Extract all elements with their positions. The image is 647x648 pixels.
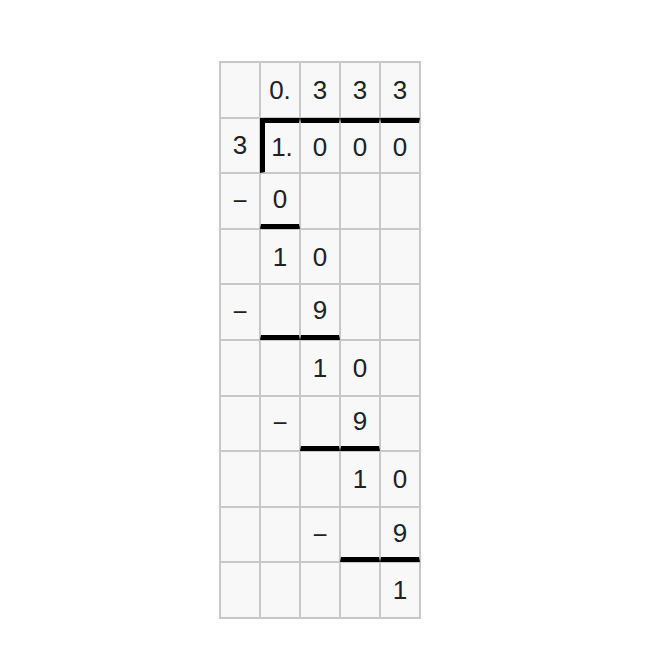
cell-r5c3: 9 [300, 284, 340, 340]
cell-r10c5: 1 [380, 562, 420, 618]
cell-r2c4: 0 [340, 118, 380, 174]
cell-r10c1 [220, 562, 260, 618]
cell-r4c3: 0 [300, 229, 340, 285]
page: 0.33331.000−010−910−910−91 [0, 0, 647, 648]
cell-r5c1: − [220, 284, 260, 340]
cell-r3c2: 0 [260, 173, 300, 229]
cell-r8c2 [260, 451, 300, 507]
cell-r6c3: 1 [300, 340, 340, 396]
cell-r8c4: 1 [340, 451, 380, 507]
cell-r4c2: 1 [260, 229, 300, 285]
cell-r8c1 [220, 451, 260, 507]
long-division-grid: 0.33331.000−010−910−910−91 [219, 61, 421, 619]
cell-r3c4 [340, 173, 380, 229]
cell-r10c2 [260, 562, 300, 618]
cell-r2c3: 0 [300, 118, 340, 174]
cell-r9c2 [260, 507, 300, 563]
cell-r5c4 [340, 284, 380, 340]
cell-r9c5: 9 [380, 507, 420, 563]
cell-r5c5 [380, 284, 420, 340]
cell-r7c1 [220, 396, 260, 452]
cell-r6c4: 0 [340, 340, 380, 396]
cell-r7c2: − [260, 396, 300, 452]
cell-r3c1: − [220, 173, 260, 229]
cell-r1c3: 3 [300, 62, 340, 118]
cell-r9c4 [340, 507, 380, 563]
cell-r7c5 [380, 396, 420, 452]
cell-r4c4 [340, 229, 380, 285]
cell-r1c2: 0. [260, 62, 300, 118]
cell-r2c1: 3 [220, 118, 260, 174]
cell-r2c5: 0 [380, 118, 420, 174]
cell-r6c1 [220, 340, 260, 396]
cell-r8c3 [300, 451, 340, 507]
cell-r1c4: 3 [340, 62, 380, 118]
cell-r5c2 [260, 284, 300, 340]
cell-r8c5: 0 [380, 451, 420, 507]
cell-r6c2 [260, 340, 300, 396]
cell-r10c3 [300, 562, 340, 618]
cell-r10c4 [340, 562, 380, 618]
cell-r1c5: 3 [380, 62, 420, 118]
cell-r4c1 [220, 229, 260, 285]
cell-r9c3: − [300, 507, 340, 563]
cell-r3c3 [300, 173, 340, 229]
cell-r3c5 [380, 173, 420, 229]
cell-r2c2: 1. [260, 118, 300, 174]
cell-r7c3 [300, 396, 340, 452]
cell-r1c1 [220, 62, 260, 118]
cell-r6c5 [380, 340, 420, 396]
cell-r9c1 [220, 507, 260, 563]
cell-r7c4: 9 [340, 396, 380, 452]
cell-r4c5 [380, 229, 420, 285]
